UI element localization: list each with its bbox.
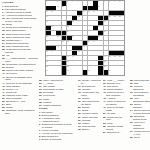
clue-item: 49 Jack up at night costs — [103, 106, 128, 112]
clue-text: Nuance — [5, 66, 14, 68]
grid-cell[interactable] — [88, 61, 93, 66]
grid-cell[interactable]: 59 — [46, 70, 51, 75]
clue-item: 4 Allowing to travel — [39, 119, 74, 122]
grid-cell[interactable] — [62, 16, 67, 21]
clues-column-2: 58 Lately, "this kind of"59 ___ Dees61 O… — [39, 79, 74, 141]
grid-cell[interactable] — [83, 36, 88, 41]
clue-text: Merino, e.g. — [5, 88, 18, 90]
clue-item: 40 Sea about — [103, 85, 128, 88]
grid-cell[interactable] — [119, 66, 124, 71]
clue-text: "___ nation should..." (Dickens case) — [4, 57, 37, 62]
grid-cell[interactable] — [104, 11, 109, 16]
grid-cell[interactable]: 35 — [98, 36, 103, 41]
clue-text: Words from me ("April") — [132, 130, 149, 135]
clue-item: 61 One update — [39, 85, 74, 88]
clue-item: 64 Rhyme scheme in some sonnets — [130, 109, 150, 115]
cell-number: 46 — [46, 56, 48, 58]
grid-cell[interactable]: 37 — [62, 41, 67, 46]
grid-cell[interactable]: 54 — [67, 61, 72, 66]
grid-cell[interactable] — [56, 11, 61, 16]
clue-text: Unfilled part of a tone company — [106, 91, 124, 96]
grid-cell[interactable] — [88, 51, 93, 56]
grid-cell[interactable] — [77, 26, 82, 31]
grid-cell[interactable] — [119, 61, 124, 66]
black-cell — [98, 70, 103, 75]
clue-item: 5 Organizers repeated in weirs by Darwin — [39, 122, 74, 128]
grid-cell[interactable] — [109, 61, 114, 66]
grid-cell[interactable]: 1 — [46, 1, 51, 6]
grid-cell[interactable]: 52 — [119, 56, 124, 61]
cell-number: 33 — [57, 36, 59, 38]
grid-cell[interactable] — [67, 6, 72, 11]
clue-item: 66 Hem of gap — [39, 94, 74, 97]
grid-cell[interactable] — [119, 70, 124, 75]
grid-cell[interactable] — [109, 31, 114, 36]
clue-text: Item featuring navigators — [132, 91, 147, 96]
grid-cell[interactable] — [56, 66, 61, 71]
grid-cell[interactable] — [109, 36, 114, 41]
grid-cell[interactable] — [114, 70, 119, 75]
grid-cell[interactable]: 4 — [72, 1, 77, 6]
clue-item: 51 Un-wise — [103, 112, 128, 115]
grid-cell[interactable]: 42 — [83, 46, 88, 51]
clue-item: 37 "Thai ___ Lundy" — [103, 79, 128, 82]
cell-number: 7 — [104, 1, 105, 3]
clue-text: Emerge next — [106, 82, 120, 84]
clue-item: 42 Throw updates — [103, 88, 128, 91]
clue-item: 11 Sea wharves — [78, 84, 101, 87]
clue-text: Soft — [133, 82, 138, 84]
cell-number: 26 — [104, 21, 106, 23]
grid-cell[interactable] — [119, 26, 124, 31]
clue-text: Big at the L.A. sea — [5, 100, 25, 102]
grid-cell[interactable] — [119, 41, 124, 46]
grid-cell[interactable]: 31 — [104, 31, 109, 36]
grid-cell[interactable] — [88, 1, 93, 6]
clue-text: Went on a musical instrument — [132, 121, 144, 129]
grid-cell[interactable]: 53 — [46, 61, 51, 66]
clue-text: Organizers repeated in weirs by Darwin — [41, 122, 71, 127]
clue-text: Uneaten plates — [81, 112, 97, 114]
grid-cell[interactable] — [93, 31, 98, 36]
grid-cell[interactable] — [72, 11, 77, 16]
clue-text: Allowing to travel — [41, 119, 59, 121]
cell-number: 1 — [46, 1, 47, 3]
cell-number: 62 — [109, 70, 111, 72]
crossword-grid[interactable]: 1234567891011121314151617181920212223242… — [45, 0, 125, 76]
grid-cell[interactable] — [83, 56, 88, 61]
grid-cell[interactable] — [67, 46, 72, 51]
grid-cell[interactable] — [93, 46, 98, 51]
clue-item: 24 Soars — [78, 109, 101, 112]
clue-text: Identify, "This kind of" — [80, 79, 100, 84]
grid-cell[interactable] — [109, 21, 114, 26]
grid-cell[interactable]: 20 — [77, 16, 82, 21]
grid-cell[interactable]: 26 — [104, 21, 109, 26]
grid-cell[interactable] — [77, 21, 82, 26]
clue-item: 45 A sport? — [103, 97, 128, 100]
cell-number: 6 — [98, 1, 99, 3]
grid-cell[interactable]: 15 — [51, 11, 56, 16]
cell-number: 38 — [67, 41, 69, 43]
grid-cell[interactable]: 12 — [62, 6, 67, 11]
grid-cell[interactable]: 32 — [46, 36, 51, 41]
grid-cell[interactable]: 29 — [98, 26, 103, 31]
clue-item: 56 Cassettes' "nest" combined alike — [2, 109, 38, 115]
grid-cell[interactable] — [56, 56, 61, 61]
grid-cell[interactable]: 41 — [56, 46, 61, 51]
cell-number: 20 — [78, 16, 80, 18]
grid-cell[interactable]: 44 — [51, 51, 56, 56]
grid-cell[interactable]: 17 — [88, 11, 93, 16]
grid-cell[interactable] — [114, 66, 119, 71]
grid-cell[interactable]: 46 — [46, 56, 51, 61]
grid-cell[interactable] — [88, 46, 93, 51]
grid-cell[interactable] — [51, 66, 56, 71]
grid-cell[interactable] — [56, 70, 61, 75]
grid-cell[interactable] — [104, 51, 109, 56]
clue-item: 9 Beauty of colonials — [39, 138, 74, 141]
clue-text: Rhyme scheme in some sonnets — [132, 109, 149, 114]
cell-number: 40 — [93, 41, 95, 43]
grid-cell[interactable] — [83, 26, 88, 31]
cell-number: 18 — [93, 11, 95, 13]
clue-text: "Strange things" project — [106, 124, 124, 129]
grid-cell[interactable]: 45 — [77, 51, 82, 56]
cell-number: 16 — [83, 11, 85, 13]
grid-cell[interactable] — [72, 61, 77, 66]
clue-text: "Horoscope" cost — [41, 116, 60, 118]
cell-number: 10 — [119, 1, 121, 3]
clue-item: 67 Words from me ("April") — [130, 130, 150, 136]
grid-cell[interactable] — [51, 56, 56, 61]
black-cell — [62, 31, 67, 36]
grid-cell[interactable] — [88, 21, 93, 26]
grid-cell[interactable] — [72, 31, 77, 36]
grid-cell[interactable] — [114, 21, 119, 26]
cell-number: 35 — [98, 36, 100, 38]
clue-item: 65 Reversals — [39, 91, 74, 94]
clue-text: Famous statement — [132, 85, 142, 90]
grid-cell[interactable] — [77, 41, 82, 46]
cell-number: 14 — [46, 11, 48, 13]
black-cell — [46, 46, 51, 51]
grid-cell[interactable] — [77, 6, 82, 11]
grid-cell[interactable] — [56, 41, 61, 46]
grid-cell[interactable]: 13 — [98, 6, 103, 11]
cell-number: 42 — [83, 46, 85, 48]
clue-item: 52 Circus rose for mine — [103, 115, 128, 121]
clue-text: Barn tomato ten — [41, 135, 58, 137]
grid-cell[interactable]: 62 — [109, 70, 114, 75]
grid-cell[interactable]: 48 — [72, 56, 77, 61]
clue-item: 67 Plans — [39, 97, 74, 100]
grid-cell[interactable]: 18 — [93, 11, 98, 16]
grid-cell[interactable] — [62, 11, 67, 16]
clue-text: Grain beards — [81, 124, 95, 126]
clue-item: 68 Go to — [130, 136, 150, 139]
grid-cell[interactable]: 47 — [67, 56, 72, 61]
grid-cell[interactable]: 21 — [109, 16, 114, 21]
grid-cell[interactable] — [67, 16, 72, 21]
grid-cell[interactable] — [51, 16, 56, 21]
grid-cell[interactable] — [114, 31, 119, 36]
cell-number: 24 — [46, 21, 48, 23]
grid-cell[interactable] — [109, 41, 114, 46]
clue-text: News — [5, 23, 11, 25]
grid-cell[interactable] — [98, 51, 103, 56]
cell-number: 4 — [72, 1, 73, 3]
clue-item: 58 Lately, "this kind of" — [39, 79, 74, 82]
grid-cell[interactable] — [83, 21, 88, 26]
clue-text: Climbs — [81, 97, 89, 99]
grid-cell[interactable] — [51, 41, 56, 46]
grid-cell[interactable]: 33 — [56, 36, 61, 41]
grid-cell[interactable]: 38 — [67, 41, 72, 46]
black-cell — [104, 70, 109, 75]
clue-text: Go to — [133, 136, 139, 138]
clue-text: Char lemonade — [5, 97, 22, 99]
clue-text: You may be torn to it someday — [41, 132, 73, 134]
cell-number: 55 — [104, 61, 106, 63]
grid-cell[interactable]: 8 — [109, 1, 114, 6]
grid-cell[interactable] — [119, 6, 124, 11]
grid-cell[interactable] — [93, 56, 98, 61]
black-cell — [62, 36, 67, 41]
clue-text: Hem of gap — [42, 94, 55, 96]
grid-cell[interactable] — [67, 11, 72, 16]
grid-cell[interactable] — [114, 41, 119, 46]
grid-cell[interactable]: 55 — [104, 61, 109, 66]
grid-cell[interactable] — [83, 31, 88, 36]
clue-text: From me to the birthright — [5, 82, 31, 84]
cell-number: 23 — [119, 16, 121, 18]
grid-cell[interactable] — [72, 6, 77, 11]
grid-cell[interactable] — [62, 46, 67, 51]
clue-item: 57 Defection is... — [103, 130, 128, 133]
clue-text: Soccer surname — [132, 103, 141, 108]
grid-cell[interactable]: 39 — [88, 41, 93, 46]
grid-cell[interactable] — [83, 66, 88, 71]
grid-cell[interactable]: 25 — [72, 21, 77, 26]
black-cell — [98, 16, 103, 21]
grid-cell[interactable] — [51, 36, 56, 41]
clue-item: 13 I know some big roses — [78, 91, 101, 97]
grid-cell[interactable] — [93, 61, 98, 66]
grid-cell[interactable] — [93, 16, 98, 21]
grid-cell[interactable] — [119, 36, 124, 41]
grid-cell[interactable] — [119, 21, 124, 26]
grid-cell[interactable] — [109, 46, 114, 51]
clue-text: Un-wise — [106, 112, 115, 114]
clue-text: Chews — [81, 106, 89, 108]
grid-cell[interactable] — [109, 6, 114, 11]
grid-cell[interactable] — [93, 66, 98, 71]
cell-number: 34 — [72, 36, 74, 38]
grid-cell[interactable] — [56, 61, 61, 66]
grid-cell[interactable] — [51, 61, 56, 66]
grid-cell[interactable] — [72, 66, 77, 71]
clue-text: "The Simpsons" Saint — [132, 97, 149, 102]
black-cell — [46, 31, 51, 36]
cell-number: 37 — [62, 41, 64, 43]
grid-cell[interactable]: 40 — [93, 41, 98, 46]
grid-cell[interactable] — [114, 6, 119, 11]
clue-item: 25 Uneaten plates — [78, 112, 101, 115]
grid-cell[interactable] — [109, 26, 114, 31]
grid-cell[interactable] — [88, 31, 93, 36]
grid-cell[interactable] — [98, 11, 103, 16]
clue-text: Interchange of page — [42, 88, 63, 90]
clue-text: "Thai ___ Lundy" — [106, 79, 124, 81]
grid-cell[interactable]: 16 — [83, 11, 88, 16]
grid-cell[interactable] — [88, 56, 93, 61]
clue-item: 62 "The Simpsons" Saint — [130, 97, 150, 103]
cell-number: 30 — [67, 31, 69, 33]
grid-cell[interactable] — [56, 51, 61, 56]
clue-item: 68 Leading — [39, 100, 74, 103]
grid-cell[interactable]: 60 — [67, 70, 72, 75]
grid-cell[interactable] — [51, 70, 56, 75]
clue-item: 27 Some interests — [78, 115, 101, 118]
grid-cell[interactable] — [104, 41, 109, 46]
clue-text: Often-commercial suits — [5, 36, 30, 38]
grid-cell[interactable] — [114, 26, 119, 31]
grid-cell[interactable]: 58 — [104, 66, 109, 71]
clue-text: Digital blue-blood trim — [5, 42, 28, 44]
grid-cell[interactable]: 5 — [77, 1, 82, 6]
cell-number: 17 — [88, 11, 90, 13]
grid-cell[interactable] — [104, 46, 109, 51]
cell-number: 15 — [51, 11, 53, 13]
grid-cell[interactable] — [114, 46, 119, 51]
grid-cell[interactable] — [72, 26, 77, 31]
clue-text: Give trend — [5, 72, 16, 74]
grid-cell[interactable] — [77, 31, 82, 36]
grid-cell[interactable]: 23 — [119, 16, 124, 21]
cell-number: 22 — [114, 16, 116, 18]
grid-cell[interactable]: 7 — [104, 1, 109, 6]
grid-cell[interactable] — [119, 46, 124, 51]
across-clues-column-1: ACROSS 1 Egg holders?5 It fell asking ma… — [2, 1, 38, 115]
grid-cell[interactable] — [67, 51, 72, 56]
grid-cell[interactable]: 49 — [104, 56, 109, 61]
grid-cell[interactable] — [83, 51, 88, 56]
clue-item: 28 Messenger's needs and packets — [2, 48, 38, 54]
clue-text: A streak or blend a month — [3, 11, 30, 13]
grid-cell[interactable] — [77, 61, 82, 66]
grid-cell[interactable]: 61 — [88, 70, 93, 75]
clue-item: 63 Interchange of page — [39, 88, 74, 91]
grid-cell[interactable] — [119, 31, 124, 36]
cell-number: 28 — [67, 26, 69, 28]
cell-number: 45 — [78, 51, 80, 53]
grid-cell[interactable]: 3 — [67, 1, 72, 6]
clue-text: Soars — [81, 109, 88, 111]
clue-text: A sport? — [106, 97, 115, 99]
grid-cell[interactable] — [98, 41, 103, 46]
grid-cell[interactable]: 10 — [119, 1, 124, 6]
grid-cell[interactable] — [62, 21, 67, 26]
grid-cell[interactable] — [83, 16, 88, 21]
clue-item: 3 "Horoscope" cost — [39, 116, 74, 119]
clue-text: Doing a lot of damage to — [5, 26, 31, 28]
grid-cell[interactable] — [72, 41, 77, 46]
grid-cell[interactable] — [77, 70, 82, 75]
grid-cell[interactable] — [62, 51, 67, 56]
down-clues-column-5: 58 Throw this fish59 Soft60 Famous state… — [130, 79, 150, 139]
black-cell — [83, 41, 88, 46]
grid-cell[interactable]: 27 — [51, 26, 56, 31]
black-cell — [62, 56, 67, 61]
grid-cell[interactable] — [88, 26, 93, 31]
clue-text: Corrode — [81, 88, 90, 90]
grid-cell[interactable] — [83, 1, 88, 6]
grid-cell[interactable] — [114, 36, 119, 41]
clue-text: Purrs — [106, 121, 112, 123]
clue-text: Maker of folks out keystones — [106, 100, 125, 105]
grid-cell[interactable] — [56, 21, 61, 26]
grid-cell[interactable] — [77, 56, 82, 61]
grid-cell[interactable]: 50 — [109, 56, 114, 61]
clue-text: Jack up at night costs — [106, 106, 123, 111]
grid-cell[interactable] — [104, 36, 109, 41]
across-header: ACROSS — [2, 1, 38, 4]
grid-cell[interactable] — [93, 70, 98, 75]
grid-cell[interactable] — [62, 26, 67, 31]
black-cell — [88, 36, 93, 41]
clue-item: 58 Throw this fish — [130, 79, 150, 82]
clue-text: I know some big roses — [80, 91, 98, 96]
cell-number: 9 — [114, 1, 115, 3]
grid-cell[interactable] — [104, 6, 109, 11]
clue-item: 39 Emerge next — [103, 82, 128, 85]
grid-cell[interactable]: 30 — [67, 31, 72, 36]
clue-item: 43 Unfilled part of a tone company — [103, 91, 128, 97]
clue-text: Too good? — [41, 110, 53, 112]
clue-text: Mounds — [81, 118, 90, 120]
cell-number: 13 — [98, 6, 100, 8]
grid-cell[interactable] — [114, 61, 119, 66]
grid-cell[interactable] — [51, 31, 56, 36]
grid-cell[interactable]: 36 — [46, 41, 51, 46]
grid-cell[interactable]: 34 — [72, 36, 77, 41]
grid-cell[interactable] — [72, 70, 77, 75]
grid-cell[interactable] — [88, 16, 93, 21]
clue-text: Reversals — [42, 91, 53, 93]
clue-text: Lads still in the class — [5, 94, 27, 96]
grid-cell[interactable] — [77, 66, 82, 71]
cell-number: 12 — [62, 6, 64, 8]
grid-cell[interactable] — [77, 36, 82, 41]
grid-cell[interactable] — [56, 16, 61, 21]
clue-item: 59 Soft — [130, 82, 150, 85]
down-header: DOWN — [39, 107, 74, 110]
grid-cell[interactable] — [56, 26, 61, 31]
clue-text: Lately, "this kind of" — [42, 79, 63, 81]
cell-number: 27 — [51, 26, 53, 28]
black-cell — [51, 46, 56, 51]
grid-cell[interactable] — [51, 1, 56, 6]
grid-cell[interactable] — [98, 46, 103, 51]
grid-cell[interactable] — [93, 51, 98, 56]
cell-number: 39 — [88, 41, 90, 43]
grid-cell[interactable]: 11 — [56, 6, 61, 11]
clue-text: Evils of baseball — [41, 113, 59, 115]
grid-cell[interactable] — [83, 61, 88, 66]
clue-item: 12 Corrode — [78, 88, 101, 91]
clue-text: One comes from the tablet — [80, 100, 98, 105]
